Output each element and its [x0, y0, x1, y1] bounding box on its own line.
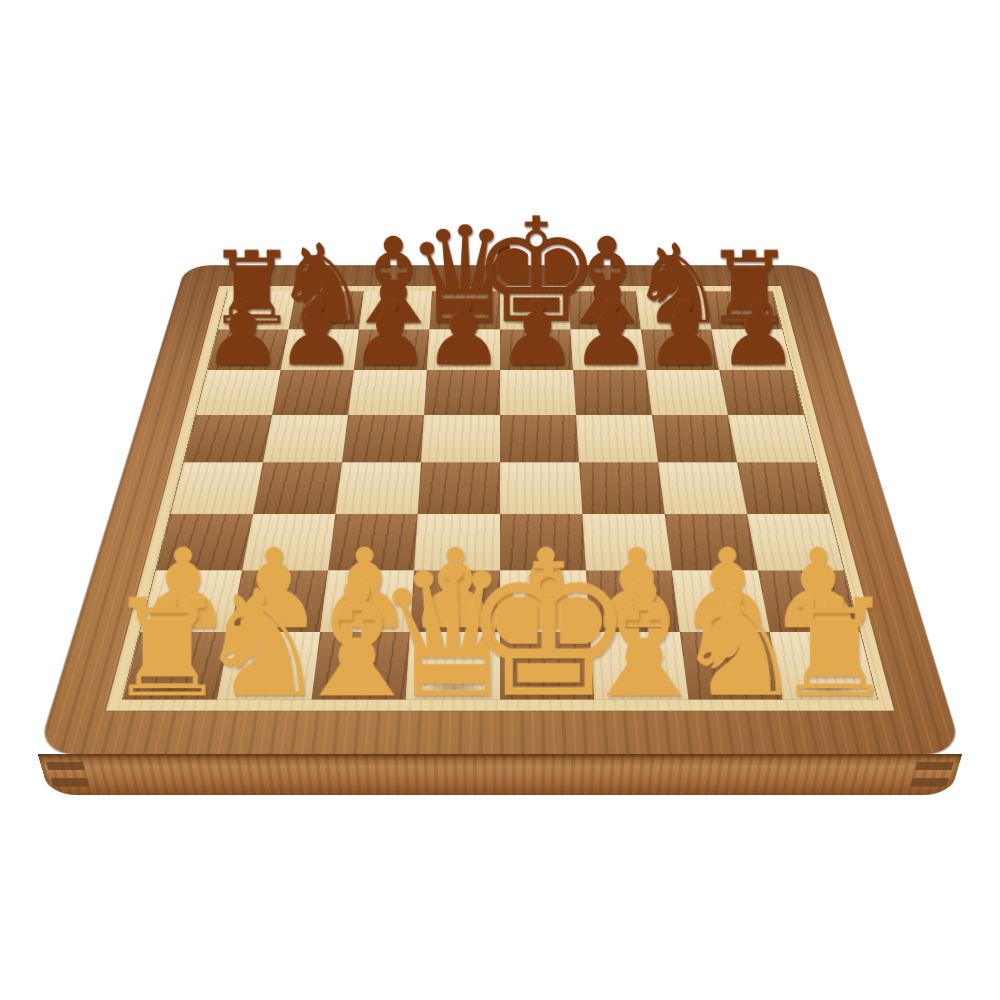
- square-c5[interactable]: [342, 415, 424, 463]
- white-king[interactable]: ♚: [414, 531, 681, 725]
- chess-board: ♜♞♝♛♚♝♞♜♟♟♟♟♟♟♟♟♟♟♟♟♟♟♟♟♜♞♝♛♚♝♞♜: [38, 265, 963, 754]
- square-f5[interactable]: [576, 415, 658, 463]
- photo-background: ♜♞♝♛♚♝♞♜♟♟♟♟♟♟♟♟♟♟♟♟♟♟♟♟♜♞♝♛♚♝♞♜: [0, 0, 1000, 1000]
- square-e5[interactable]: [500, 415, 579, 463]
- square-d4[interactable]: [418, 462, 500, 514]
- finger-joint-right: [909, 757, 956, 793]
- square-f4[interactable]: [579, 462, 665, 514]
- square-a4[interactable]: [171, 462, 263, 514]
- square-g4[interactable]: [658, 462, 747, 514]
- square-e1[interactable]: ♚: [500, 632, 594, 699]
- square-h5[interactable]: [728, 415, 816, 463]
- square-d5[interactable]: [421, 415, 500, 463]
- square-b5[interactable]: [263, 415, 348, 463]
- square-h4[interactable]: [737, 462, 829, 514]
- square-b4[interactable]: [253, 462, 342, 514]
- finger-joint-left: [44, 757, 91, 793]
- square-c4[interactable]: [335, 462, 421, 514]
- square-h7[interactable]: ♟: [711, 329, 792, 370]
- board-front-edge: [38, 754, 963, 795]
- square-e4[interactable]: [500, 462, 582, 514]
- black-pawn[interactable]: ♟: [655, 289, 860, 378]
- square-a5[interactable]: [184, 415, 272, 463]
- playing-field: ♜♞♝♛♚♝♞♜♟♟♟♟♟♟♟♟♟♟♟♟♟♟♟♟♜♞♝♛♚♝♞♜: [123, 291, 877, 699]
- square-g5[interactable]: [652, 415, 737, 463]
